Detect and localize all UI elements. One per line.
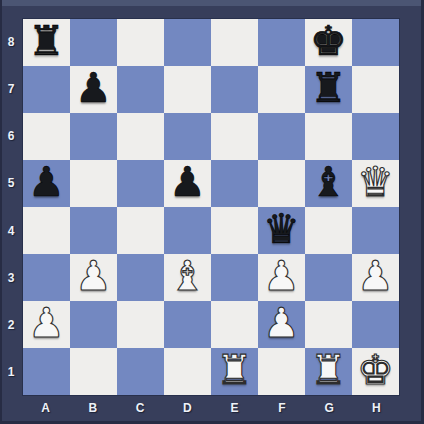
square-e2[interactable]: [211, 301, 258, 348]
square-c8[interactable]: [117, 19, 164, 66]
square-h7[interactable]: [352, 66, 399, 113]
square-e5[interactable]: [211, 160, 258, 207]
white-king-h1[interactable]: ♚: [357, 350, 394, 391]
square-b4[interactable]: [70, 207, 117, 254]
square-a7[interactable]: [23, 66, 70, 113]
square-g3[interactable]: [305, 254, 352, 301]
square-c7[interactable]: [117, 66, 164, 113]
square-d7[interactable]: [164, 66, 211, 113]
file-labels: ABCDEFGH: [22, 397, 400, 419]
square-g2[interactable]: [305, 301, 352, 348]
square-d6[interactable]: [164, 113, 211, 160]
square-e6[interactable]: [211, 113, 258, 160]
square-f1[interactable]: [258, 348, 305, 395]
square-b2[interactable]: [70, 301, 117, 348]
square-h3[interactable]: ♟: [352, 254, 399, 301]
frame-top-highlight: [0, 0, 424, 6]
black-pawn-a5[interactable]: ♟: [28, 162, 65, 203]
square-f7[interactable]: [258, 66, 305, 113]
square-d2[interactable]: [164, 301, 211, 348]
square-a8[interactable]: ♜: [23, 19, 70, 66]
black-rook-a8[interactable]: ♜: [28, 21, 65, 62]
square-h4[interactable]: [352, 207, 399, 254]
white-pawn-f2[interactable]: ♟: [263, 303, 300, 344]
file-label-e: E: [211, 397, 258, 419]
square-c5[interactable]: [117, 160, 164, 207]
black-rook-g7[interactable]: ♜: [310, 68, 347, 109]
square-e7[interactable]: [211, 66, 258, 113]
square-c1[interactable]: [117, 348, 164, 395]
square-g8[interactable]: ♚: [305, 19, 352, 66]
square-f3[interactable]: ♟: [258, 254, 305, 301]
square-d8[interactable]: [164, 19, 211, 66]
rank-label-8: 8: [0, 18, 22, 65]
black-queen-f4[interactable]: ♛: [263, 209, 300, 250]
black-pawn-b7[interactable]: ♟: [75, 68, 112, 109]
square-f5[interactable]: [258, 160, 305, 207]
board: ♜♚♟♜♟♟♝♛♛♟♝♟♟♟♟♜♜♚: [22, 18, 400, 396]
square-e3[interactable]: [211, 254, 258, 301]
square-f8[interactable]: [258, 19, 305, 66]
square-g5[interactable]: ♝: [305, 160, 352, 207]
rank-label-5: 5: [0, 160, 22, 207]
black-pawn-d5[interactable]: ♟: [169, 162, 206, 203]
white-rook-g1[interactable]: ♜: [310, 350, 347, 391]
square-h5[interactable]: ♛: [352, 160, 399, 207]
file-label-g: G: [306, 397, 353, 419]
square-h2[interactable]: [352, 301, 399, 348]
square-e8[interactable]: [211, 19, 258, 66]
rank-label-1: 1: [0, 349, 22, 396]
rank-label-6: 6: [0, 113, 22, 160]
square-b8[interactable]: [70, 19, 117, 66]
square-d1[interactable]: [164, 348, 211, 395]
square-c6[interactable]: [117, 113, 164, 160]
square-g7[interactable]: ♜: [305, 66, 352, 113]
square-a3[interactable]: [23, 254, 70, 301]
square-a6[interactable]: [23, 113, 70, 160]
square-f2[interactable]: ♟: [258, 301, 305, 348]
square-g1[interactable]: ♜: [305, 348, 352, 395]
rank-label-7: 7: [0, 65, 22, 112]
square-c4[interactable]: [117, 207, 164, 254]
square-b6[interactable]: [70, 113, 117, 160]
white-pawn-h3[interactable]: ♟: [357, 256, 394, 297]
white-pawn-f3[interactable]: ♟: [263, 256, 300, 297]
square-e1[interactable]: ♜: [211, 348, 258, 395]
square-a5[interactable]: ♟: [23, 160, 70, 207]
file-label-c: C: [117, 397, 164, 419]
black-bishop-g5[interactable]: ♝: [310, 162, 347, 203]
rank-label-2: 2: [0, 302, 22, 349]
white-pawn-a2[interactable]: ♟: [28, 303, 65, 344]
white-rook-e1[interactable]: ♜: [216, 350, 253, 391]
file-label-f: F: [258, 397, 305, 419]
rank-label-3: 3: [0, 254, 22, 301]
square-b5[interactable]: [70, 160, 117, 207]
square-f4[interactable]: ♛: [258, 207, 305, 254]
square-a2[interactable]: ♟: [23, 301, 70, 348]
white-pawn-b3[interactable]: ♟: [75, 256, 112, 297]
square-g4[interactable]: [305, 207, 352, 254]
square-a1[interactable]: [23, 348, 70, 395]
square-c2[interactable]: [117, 301, 164, 348]
square-a4[interactable]: [23, 207, 70, 254]
square-b1[interactable]: [70, 348, 117, 395]
square-c3[interactable]: [117, 254, 164, 301]
square-d4[interactable]: [164, 207, 211, 254]
file-label-a: A: [22, 397, 69, 419]
square-h8[interactable]: [352, 19, 399, 66]
square-h1[interactable]: ♚: [352, 348, 399, 395]
square-f6[interactable]: [258, 113, 305, 160]
square-d3[interactable]: ♝: [164, 254, 211, 301]
square-h6[interactable]: [352, 113, 399, 160]
black-king-g8[interactable]: ♚: [310, 21, 347, 62]
rank-label-4: 4: [0, 207, 22, 254]
file-label-d: D: [164, 397, 211, 419]
square-e4[interactable]: [211, 207, 258, 254]
file-label-h: H: [353, 397, 400, 419]
square-b7[interactable]: ♟: [70, 66, 117, 113]
white-queen-h5[interactable]: ♛: [357, 162, 394, 203]
file-label-b: B: [69, 397, 116, 419]
square-b3[interactable]: ♟: [70, 254, 117, 301]
rank-labels: 87654321: [0, 18, 22, 396]
square-g6[interactable]: [305, 113, 352, 160]
chess-board-diagram: 87654321 ♜♚♟♜♟♟♝♛♛♟♝♟♟♟♟♜♜♚ ABCDEFGH: [0, 0, 424, 424]
square-d5[interactable]: ♟: [164, 160, 211, 207]
white-bishop-d3[interactable]: ♝: [169, 256, 206, 297]
